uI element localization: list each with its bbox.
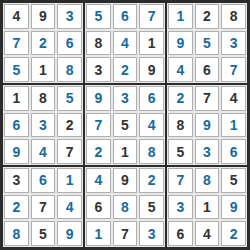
cell-r7c9[interactable]: 5 <box>221 168 246 193</box>
box-9: 785319642 <box>167 167 247 247</box>
cell-r4c8[interactable]: 7 <box>195 86 220 111</box>
cell-r5c9[interactable]: 1 <box>221 113 246 138</box>
cell-r9c2[interactable]: 5 <box>31 221 56 246</box>
cell-r2c4[interactable]: 8 <box>86 31 111 56</box>
cell-r4c7[interactable]: 2 <box>168 86 193 111</box>
cell-r6c2[interactable]: 4 <box>31 139 56 164</box>
box-6: 274891536 <box>167 85 247 165</box>
cell-r1c4[interactable]: 5 <box>86 4 111 29</box>
cell-r9c1[interactable]: 8 <box>4 221 29 246</box>
cell-r8c3[interactable]: 4 <box>57 195 82 220</box>
cell-r5c2[interactable]: 3 <box>31 113 56 138</box>
cell-r2c7[interactable]: 9 <box>168 31 193 56</box>
sudoku-board: 4937265185678413291289534671856329479367… <box>0 0 250 250</box>
cell-r5c8[interactable]: 9 <box>195 113 220 138</box>
cell-r6c6[interactable]: 8 <box>139 139 164 164</box>
cell-r1c6[interactable]: 7 <box>139 4 164 29</box>
cell-r9c6[interactable]: 3 <box>139 221 164 246</box>
cell-r8c4[interactable]: 6 <box>86 195 111 220</box>
box-1: 493726518 <box>3 3 83 83</box>
cell-r2c3[interactable]: 6 <box>57 31 82 56</box>
cell-r2c2[interactable]: 2 <box>31 31 56 56</box>
box-8: 492685173 <box>85 167 165 247</box>
cell-r3c2[interactable]: 1 <box>31 57 56 82</box>
box-4: 185632947 <box>3 85 83 165</box>
cell-r7c2[interactable]: 6 <box>31 168 56 193</box>
box-5: 936754218 <box>85 85 165 165</box>
cell-r5c6[interactable]: 4 <box>139 113 164 138</box>
cell-r1c9[interactable]: 8 <box>221 4 246 29</box>
cell-r7c7[interactable]: 7 <box>168 168 193 193</box>
cell-r4c5[interactable]: 3 <box>113 86 138 111</box>
box-7: 361274859 <box>3 167 83 247</box>
cell-r6c7[interactable]: 5 <box>168 139 193 164</box>
cell-r3c3[interactable]: 8 <box>57 57 82 82</box>
cell-r1c8[interactable]: 2 <box>195 4 220 29</box>
cell-r7c8[interactable]: 8 <box>195 168 220 193</box>
cell-r1c5[interactable]: 6 <box>113 4 138 29</box>
cell-r2c9[interactable]: 3 <box>221 31 246 56</box>
cell-r8c7[interactable]: 3 <box>168 195 193 220</box>
cell-r4c1[interactable]: 1 <box>4 86 29 111</box>
cell-r6c4[interactable]: 2 <box>86 139 111 164</box>
cell-r4c2[interactable]: 8 <box>31 86 56 111</box>
cell-r8c8[interactable]: 1 <box>195 195 220 220</box>
cell-r6c1[interactable]: 9 <box>4 139 29 164</box>
cell-r6c9[interactable]: 6 <box>221 139 246 164</box>
cell-r2c6[interactable]: 1 <box>139 31 164 56</box>
cell-r1c3[interactable]: 3 <box>57 4 82 29</box>
cell-r7c6[interactable]: 2 <box>139 168 164 193</box>
cell-r6c3[interactable]: 7 <box>57 139 82 164</box>
cell-r1c2[interactable]: 9 <box>31 4 56 29</box>
cell-r4c3[interactable]: 5 <box>57 86 82 111</box>
cell-r9c9[interactable]: 2 <box>221 221 246 246</box>
cell-r8c6[interactable]: 5 <box>139 195 164 220</box>
cell-r9c5[interactable]: 7 <box>113 221 138 246</box>
cell-r3c9[interactable]: 7 <box>221 57 246 82</box>
cell-r6c5[interactable]: 1 <box>113 139 138 164</box>
cell-r3c7[interactable]: 4 <box>168 57 193 82</box>
cell-r2c8[interactable]: 5 <box>195 31 220 56</box>
cell-r2c1[interactable]: 7 <box>4 31 29 56</box>
cell-r4c4[interactable]: 9 <box>86 86 111 111</box>
cell-r1c1[interactable]: 4 <box>4 4 29 29</box>
cell-r9c4[interactable]: 1 <box>86 221 111 246</box>
box-2: 567841329 <box>85 3 165 83</box>
cell-r3c5[interactable]: 2 <box>113 57 138 82</box>
cell-r2c5[interactable]: 4 <box>113 31 138 56</box>
cell-r5c5[interactable]: 5 <box>113 113 138 138</box>
cell-r6c8[interactable]: 3 <box>195 139 220 164</box>
box-3: 128953467 <box>167 3 247 83</box>
cell-r8c5[interactable]: 8 <box>113 195 138 220</box>
cell-r4c6[interactable]: 6 <box>139 86 164 111</box>
cell-r7c5[interactable]: 9 <box>113 168 138 193</box>
cell-r1c7[interactable]: 1 <box>168 4 193 29</box>
cell-r8c1[interactable]: 2 <box>4 195 29 220</box>
cell-r9c7[interactable]: 6 <box>168 221 193 246</box>
cell-r7c3[interactable]: 1 <box>57 168 82 193</box>
cell-r8c2[interactable]: 7 <box>31 195 56 220</box>
cell-r7c1[interactable]: 3 <box>4 168 29 193</box>
cell-r9c8[interactable]: 4 <box>195 221 220 246</box>
cell-r8c9[interactable]: 9 <box>221 195 246 220</box>
cell-r9c3[interactable]: 9 <box>57 221 82 246</box>
cell-r3c4[interactable]: 3 <box>86 57 111 82</box>
cell-r4c9[interactable]: 4 <box>221 86 246 111</box>
cell-r3c1[interactable]: 5 <box>4 57 29 82</box>
cell-r3c8[interactable]: 6 <box>195 57 220 82</box>
cell-r5c7[interactable]: 8 <box>168 113 193 138</box>
cell-r7c4[interactable]: 4 <box>86 168 111 193</box>
cell-r5c1[interactable]: 6 <box>4 113 29 138</box>
cell-r5c4[interactable]: 7 <box>86 113 111 138</box>
cell-r3c6[interactable]: 9 <box>139 57 164 82</box>
cell-r5c3[interactable]: 2 <box>57 113 82 138</box>
